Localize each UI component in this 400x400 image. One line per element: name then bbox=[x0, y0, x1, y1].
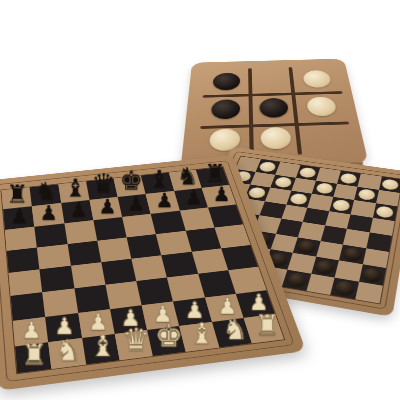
checkers-square bbox=[288, 253, 316, 273]
checkers-square bbox=[312, 180, 337, 196]
chess-piece-black-pawn: ♟ bbox=[69, 200, 87, 220]
checkers-square bbox=[337, 171, 361, 187]
checker-light bbox=[357, 188, 375, 201]
chess-piece-white-queen: ♛ bbox=[122, 325, 150, 356]
checker-dark bbox=[286, 272, 308, 288]
checkers-square bbox=[281, 204, 307, 222]
chess-piece-black-knight: ♞ bbox=[35, 179, 57, 204]
chess-square bbox=[64, 220, 97, 244]
checker-dark bbox=[362, 267, 383, 283]
checkers-square bbox=[311, 257, 339, 278]
checker-light bbox=[315, 182, 334, 194]
checkers-square bbox=[325, 211, 351, 229]
checkers-square bbox=[366, 232, 392, 251]
checkers-square bbox=[296, 165, 321, 181]
checkers-square bbox=[339, 244, 366, 264]
checker-dark bbox=[314, 259, 335, 275]
chess-piece-white-rook: ♜ bbox=[254, 311, 280, 340]
chess-piece-white-bishop: ♝ bbox=[89, 331, 115, 360]
checkers-square bbox=[347, 214, 373, 232]
checkers-square bbox=[275, 162, 300, 177]
checkers-square bbox=[358, 174, 382, 190]
checkers-square bbox=[343, 229, 369, 248]
chess-piece-black-bishop: ♝ bbox=[149, 167, 171, 191]
checkers-square bbox=[316, 168, 340, 184]
checkers-square bbox=[303, 207, 329, 225]
chess-square: ♟ bbox=[174, 188, 208, 210]
checker-dark bbox=[342, 247, 362, 262]
checkers-square bbox=[355, 281, 383, 303]
ttt-piece-white bbox=[302, 70, 331, 88]
chess-square: ♟ bbox=[3, 206, 34, 229]
checkers-square bbox=[376, 190, 400, 207]
checkers-square bbox=[306, 273, 335, 295]
chess-square: ♝ bbox=[179, 322, 219, 352]
checkers-square bbox=[291, 177, 316, 193]
checkers-square bbox=[282, 269, 311, 290]
checkers-square bbox=[276, 219, 303, 237]
checkers-square bbox=[270, 174, 295, 190]
chess-square bbox=[5, 226, 37, 250]
chess-square: ♚ bbox=[147, 326, 186, 356]
chess-piece-white-knight: ♞ bbox=[55, 336, 81, 365]
checker-light bbox=[376, 205, 395, 218]
chess-piece-black-knight: ♞ bbox=[176, 164, 198, 188]
chess-square bbox=[97, 237, 131, 262]
chess-piece-black-bishop: ♝ bbox=[64, 176, 86, 201]
checkers-square bbox=[373, 203, 398, 221]
chess-piece-black-rook: ♜ bbox=[6, 182, 28, 207]
checkers-square bbox=[354, 186, 378, 203]
ttt-piece-black bbox=[213, 73, 240, 91]
chess-piece-white-knight: ♞ bbox=[222, 315, 248, 344]
chess-piece-black-pawn: ♟ bbox=[184, 188, 202, 208]
checker-light bbox=[299, 167, 318, 179]
checker-dark bbox=[296, 239, 317, 254]
checkers-square bbox=[286, 191, 312, 208]
checkers-square bbox=[316, 241, 343, 261]
chess-square: ♟ bbox=[202, 185, 236, 207]
checkers-square bbox=[369, 217, 394, 235]
checker-light bbox=[332, 199, 351, 212]
chess-piece-white-king: ♚ bbox=[155, 321, 183, 352]
chess-grid: ♜♞♝♛♚♝♞♜♟♟♟♟♟♟♟♟♟♟♟♟♟♟♟♟♜♞♝♛♚♝♞♜ bbox=[0, 166, 285, 374]
checkers-square bbox=[333, 183, 358, 200]
chess-square: ♜ bbox=[15, 342, 52, 373]
checkers-square bbox=[362, 248, 389, 268]
checker-light bbox=[382, 178, 400, 190]
ttt-cell bbox=[203, 68, 249, 95]
chess-square bbox=[214, 224, 250, 248]
chess-square bbox=[7, 247, 40, 273]
chess-piece-black-pawn: ♟ bbox=[40, 203, 58, 223]
chess-piece-black-pawn: ♟ bbox=[212, 184, 230, 204]
product-photo: ♜♞♝♛♚♝♞♜♟♟♟♟♟♟♟♟♟♟♟♟♟♟♟♟♜♞♝♛♚♝♞♜ bbox=[0, 0, 400, 400]
checker-dark bbox=[334, 280, 355, 297]
checkers-square bbox=[298, 222, 325, 241]
chess-piece-black-pawn: ♟ bbox=[156, 191, 174, 211]
chess-square: ♜ bbox=[243, 314, 284, 343]
chess-square bbox=[40, 266, 74, 293]
checkers-square bbox=[330, 277, 358, 299]
chess-board: ♜♞♝♛♚♝♞♜♟♟♟♟♟♟♟♟♟♟♟♟♟♟♟♟♜♞♝♛♚♝♞♜ bbox=[0, 124, 270, 384]
chess-square: ♞ bbox=[211, 318, 251, 348]
chess-piece-black-queen: ♛ bbox=[91, 171, 115, 197]
chess-piece-black-pawn: ♟ bbox=[98, 197, 116, 217]
checkers-square bbox=[335, 260, 363, 281]
chess-square bbox=[67, 241, 101, 266]
chess-square: ♛ bbox=[114, 330, 152, 360]
chess-piece-white-rook: ♜ bbox=[21, 340, 47, 369]
chess-piece-black-king: ♚ bbox=[120, 168, 144, 194]
chess-square bbox=[35, 223, 68, 247]
checkers-square bbox=[329, 197, 354, 214]
chess-square: ♟ bbox=[89, 197, 122, 220]
checkers-square bbox=[307, 194, 333, 211]
checkers-square bbox=[270, 233, 298, 252]
ttt-cell bbox=[293, 66, 342, 93]
chess-surface: ♜♞♝♛♚♝♞♜♟♟♟♟♟♟♟♟♟♟♟♟♟♟♟♟♜♞♝♛♚♝♞♜ bbox=[0, 155, 306, 391]
chess-square: ♝ bbox=[82, 334, 120, 365]
checkers-square bbox=[293, 237, 320, 257]
checkers-square bbox=[379, 176, 400, 192]
chess-piece-black-pawn: ♟ bbox=[127, 194, 145, 214]
checker-light bbox=[289, 193, 308, 206]
chess-square: ♟ bbox=[32, 203, 64, 226]
checkers-square bbox=[320, 225, 347, 244]
checker-light bbox=[273, 176, 292, 188]
ttt-cell bbox=[249, 67, 296, 94]
checker-light bbox=[340, 173, 358, 185]
checkers-square bbox=[351, 200, 376, 217]
checkers-square bbox=[359, 264, 386, 285]
chess-piece-black-rook: ♜ bbox=[204, 161, 226, 185]
chess-square: ♞ bbox=[48, 338, 85, 369]
chess-piece-black-pawn: ♟ bbox=[10, 206, 28, 227]
chess-piece-white-bishop: ♝ bbox=[189, 319, 215, 348]
